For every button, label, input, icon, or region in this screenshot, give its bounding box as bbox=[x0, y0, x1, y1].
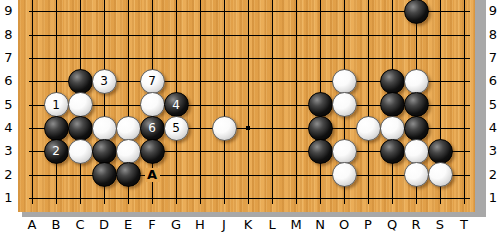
grid-line-row-1 bbox=[29, 198, 470, 199]
move-number-7: 7 bbox=[148, 75, 156, 87]
col-label-C: C bbox=[71, 217, 89, 233]
col-label-O: O bbox=[335, 217, 353, 233]
row-label-left-8: 8 bbox=[0, 27, 17, 43]
col-label-K: K bbox=[239, 217, 257, 233]
stone-black-F3[interactable] bbox=[140, 139, 165, 164]
stone-white-E4[interactable] bbox=[116, 116, 141, 141]
stone-black-Q6[interactable] bbox=[380, 69, 405, 94]
stone-white-O5[interactable] bbox=[332, 92, 357, 117]
stone-white-J4[interactable] bbox=[212, 116, 237, 141]
grid-line-col-K bbox=[248, 0, 249, 204]
grid-line-row-8 bbox=[29, 35, 470, 36]
col-label-F: F bbox=[143, 217, 161, 233]
grid-line-row-7 bbox=[29, 58, 470, 59]
grid-line-col-M bbox=[296, 0, 297, 204]
row-label-left-6: 6 bbox=[0, 73, 17, 89]
move-number-6: 6 bbox=[148, 122, 156, 134]
row-label-left-5: 5 bbox=[0, 97, 17, 113]
col-label-D: D bbox=[95, 217, 113, 233]
row-label-left-9: 9 bbox=[0, 3, 17, 19]
stone-black-F4[interactable]: 6 bbox=[140, 116, 165, 141]
stone-white-G4[interactable]: 5 bbox=[164, 116, 189, 141]
go-board[interactable]: 3714652A bbox=[18, 0, 475, 212]
move-number-5: 5 bbox=[172, 122, 180, 134]
col-label-P: P bbox=[359, 217, 377, 233]
row-label-right-6: 6 bbox=[486, 73, 500, 89]
stone-black-B3[interactable]: 2 bbox=[44, 139, 69, 164]
col-label-E: E bbox=[119, 217, 137, 233]
stone-black-D2[interactable] bbox=[92, 162, 117, 187]
row-label-right-1: 1 bbox=[486, 190, 500, 206]
col-label-R: R bbox=[407, 217, 425, 233]
stone-white-Q4[interactable] bbox=[380, 116, 405, 141]
stone-black-D3[interactable] bbox=[92, 139, 117, 164]
stone-black-C6[interactable] bbox=[68, 69, 93, 94]
grid-line-col-H bbox=[200, 0, 201, 204]
row-label-right-9: 9 bbox=[486, 3, 500, 19]
stone-black-S3[interactable] bbox=[428, 139, 453, 164]
stone-white-B5[interactable]: 1 bbox=[44, 92, 69, 117]
stone-white-E3[interactable] bbox=[116, 139, 141, 164]
row-label-right-8: 8 bbox=[486, 27, 500, 43]
col-label-G: G bbox=[167, 217, 185, 233]
row-label-right-7: 7 bbox=[486, 50, 500, 66]
stone-black-B4[interactable] bbox=[44, 116, 69, 141]
star-point-K4 bbox=[246, 126, 250, 130]
row-label-left-4: 4 bbox=[0, 120, 17, 136]
go-diagram-screen: 3714652A ABCDEFGHJKLMNOPQRST998877665544… bbox=[0, 0, 500, 236]
stone-black-N4[interactable] bbox=[308, 116, 333, 141]
move-number-2: 2 bbox=[52, 145, 60, 157]
col-label-B: B bbox=[47, 217, 65, 233]
col-label-J: J bbox=[215, 217, 233, 233]
move-number-3: 3 bbox=[100, 75, 108, 87]
grid-line-col-T bbox=[464, 0, 465, 204]
stone-white-R3[interactable] bbox=[404, 139, 429, 164]
stone-black-Q3[interactable] bbox=[380, 139, 405, 164]
stone-black-E2[interactable] bbox=[116, 162, 141, 187]
stone-black-C4[interactable] bbox=[68, 116, 93, 141]
stone-white-O2[interactable] bbox=[332, 162, 357, 187]
stone-black-R9[interactable] bbox=[404, 0, 429, 24]
col-label-A: A bbox=[23, 217, 41, 233]
row-label-left-3: 3 bbox=[0, 143, 17, 159]
point-label-A-F2: A bbox=[145, 168, 160, 182]
grid-line-col-P bbox=[368, 0, 369, 204]
row-label-left-1: 1 bbox=[0, 190, 17, 206]
stone-white-P4[interactable] bbox=[356, 116, 381, 141]
stone-black-R5[interactable] bbox=[404, 92, 429, 117]
stone-white-D4[interactable] bbox=[92, 116, 117, 141]
row-label-right-5: 5 bbox=[486, 97, 500, 113]
row-label-left-7: 7 bbox=[0, 50, 17, 66]
stone-white-S2[interactable] bbox=[428, 162, 453, 187]
board-shadow-right bbox=[475, 0, 486, 217]
row-label-right-3: 3 bbox=[486, 143, 500, 159]
row-label-left-2: 2 bbox=[0, 167, 17, 183]
col-label-L: L bbox=[263, 217, 281, 233]
col-label-N: N bbox=[311, 217, 329, 233]
row-label-right-2: 2 bbox=[486, 167, 500, 183]
grid-line-col-J bbox=[224, 0, 225, 204]
move-number-4: 4 bbox=[172, 99, 180, 111]
col-label-H: H bbox=[191, 217, 209, 233]
move-number-1: 1 bbox=[52, 99, 60, 111]
row-label-right-4: 4 bbox=[486, 120, 500, 136]
stone-white-C5[interactable] bbox=[68, 92, 93, 117]
grid-line-col-L bbox=[272, 0, 273, 204]
stone-white-O3[interactable] bbox=[332, 139, 357, 164]
col-label-S: S bbox=[431, 217, 449, 233]
stone-white-O6[interactable] bbox=[332, 69, 357, 94]
stone-white-R6[interactable] bbox=[404, 69, 429, 94]
stone-black-N3[interactable] bbox=[308, 139, 333, 164]
col-label-Q: Q bbox=[383, 217, 401, 233]
stone-white-D6[interactable]: 3 bbox=[92, 69, 117, 94]
stone-black-G5[interactable]: 4 bbox=[164, 92, 189, 117]
col-label-T: T bbox=[455, 217, 473, 233]
stone-white-C3[interactable] bbox=[68, 139, 93, 164]
stone-black-R4[interactable] bbox=[404, 116, 429, 141]
grid-line-col-A bbox=[32, 0, 33, 204]
stone-white-R2[interactable] bbox=[404, 162, 429, 187]
stone-white-F5[interactable] bbox=[140, 92, 165, 117]
stone-white-F6[interactable]: 7 bbox=[140, 69, 165, 94]
col-label-M: M bbox=[287, 217, 305, 233]
stone-black-N5[interactable] bbox=[308, 92, 333, 117]
stone-black-Q5[interactable] bbox=[380, 92, 405, 117]
